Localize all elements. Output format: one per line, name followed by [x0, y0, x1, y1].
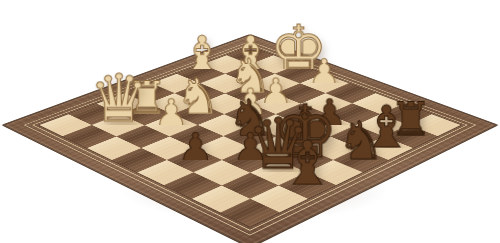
dark-bishop[interactable]: ♝ [259, 92, 357, 192]
square-r6c1[interactable]: ♛ [92, 114, 145, 136]
chess-set-photo: ♚♟♝♜♝♞♟♟♝♟♟♞♞♞♚♜♟♟♛♝♛♟ [0, 0, 500, 243]
dark-pawn[interactable]: ♟ [148, 69, 243, 166]
